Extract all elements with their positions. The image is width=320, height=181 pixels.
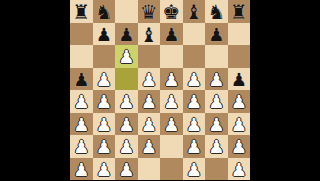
square-g5[interactable]: ♟ <box>205 68 228 91</box>
square-b4[interactable]: ♟ <box>93 90 116 113</box>
square-e5[interactable]: ♟ <box>160 68 183 91</box>
black-king-piece[interactable]: ♚ <box>162 1 180 23</box>
white-pawn-piece[interactable]: ♟ <box>186 158 202 180</box>
square-a2[interactable]: ♟ <box>70 135 93 158</box>
white-pawn-piece[interactable]: ♟ <box>163 113 179 135</box>
square-g2[interactable]: ♟ <box>205 135 228 158</box>
square-f4[interactable]: ♟ <box>183 90 206 113</box>
square-e7[interactable]: ♟ <box>160 23 183 46</box>
black-bishop-piece[interactable]: ♝ <box>140 23 158 45</box>
square-f2[interactable]: ♟ <box>183 135 206 158</box>
square-c2[interactable]: ♟ <box>115 135 138 158</box>
square-f1[interactable]: ♟ <box>183 158 206 181</box>
square-f6[interactable] <box>183 45 206 68</box>
black-queen-piece[interactable]: ♛ <box>140 1 158 23</box>
square-b3[interactable]: ♟ <box>93 113 116 136</box>
square-g6[interactable] <box>205 45 228 68</box>
white-pawn-piece[interactable]: ♟ <box>208 113 224 135</box>
square-g1[interactable] <box>205 158 228 181</box>
black-rook-piece[interactable]: ♜ <box>230 1 248 23</box>
square-d7[interactable]: ♝ <box>138 23 161 46</box>
square-e6[interactable] <box>160 45 183 68</box>
white-pawn-piece[interactable]: ♟ <box>96 136 112 158</box>
white-pawn-piece[interactable]: ♟ <box>118 158 134 180</box>
square-e8[interactable]: ♚ <box>160 0 183 23</box>
square-a8[interactable]: ♜ <box>70 0 93 23</box>
square-f3[interactable]: ♟ <box>183 113 206 136</box>
white-pawn-piece[interactable]: ♟ <box>208 68 224 90</box>
square-h4[interactable]: ♟ <box>228 90 251 113</box>
square-e2[interactable] <box>160 135 183 158</box>
chess-board[interactable]: ♜♞♛♚♝♞♜♟♟♝♟♟♟♟♟♟♟♟♟♟♟♟♟♟♟♟♟♟♟♟♟♟♟♟♟♟♟♟♟♟… <box>70 0 250 180</box>
black-rook-piece[interactable]: ♜ <box>72 1 90 23</box>
square-h8[interactable]: ♜ <box>228 0 251 23</box>
black-knight-piece[interactable]: ♞ <box>95 1 113 23</box>
black-pawn-piece[interactable]: ♟ <box>231 68 247 90</box>
white-pawn-piece[interactable]: ♟ <box>141 68 157 90</box>
square-h5[interactable]: ♟ <box>228 68 251 91</box>
square-b2[interactable]: ♟ <box>93 135 116 158</box>
white-pawn-piece[interactable]: ♟ <box>118 136 134 158</box>
white-pawn-piece[interactable]: ♟ <box>186 91 202 113</box>
white-pawn-piece[interactable]: ♟ <box>141 113 157 135</box>
square-f8[interactable]: ♝ <box>183 0 206 23</box>
white-pawn-piece[interactable]: ♟ <box>73 136 89 158</box>
white-pawn-piece[interactable]: ♟ <box>118 113 134 135</box>
white-pawn-piece[interactable]: ♟ <box>208 91 224 113</box>
square-d4[interactable]: ♟ <box>138 90 161 113</box>
white-pawn-piece[interactable]: ♟ <box>73 158 89 180</box>
square-b8[interactable]: ♞ <box>93 0 116 23</box>
square-a6[interactable] <box>70 45 93 68</box>
square-c3[interactable]: ♟ <box>115 113 138 136</box>
letterbox-left <box>0 0 70 180</box>
square-h2[interactable]: ♟ <box>228 135 251 158</box>
square-c7[interactable]: ♟ <box>115 23 138 46</box>
square-c6[interactable]: ♟ <box>115 45 138 68</box>
square-g3[interactable]: ♟ <box>205 113 228 136</box>
square-b7[interactable]: ♟ <box>93 23 116 46</box>
white-pawn-piece[interactable]: ♟ <box>73 91 89 113</box>
white-pawn-piece[interactable]: ♟ <box>231 136 247 158</box>
square-f5[interactable]: ♟ <box>183 68 206 91</box>
white-pawn-piece[interactable]: ♟ <box>231 158 247 180</box>
black-pawn-piece[interactable]: ♟ <box>96 23 112 45</box>
square-g4[interactable]: ♟ <box>205 90 228 113</box>
white-pawn-piece[interactable]: ♟ <box>96 68 112 90</box>
white-pawn-piece[interactable]: ♟ <box>231 113 247 135</box>
square-d1[interactable] <box>138 158 161 181</box>
square-f7[interactable] <box>183 23 206 46</box>
square-a7[interactable] <box>70 23 93 46</box>
square-a3[interactable]: ♟ <box>70 113 93 136</box>
white-pawn-piece[interactable]: ♟ <box>96 158 112 180</box>
square-b6[interactable] <box>93 45 116 68</box>
square-h1[interactable]: ♟ <box>228 158 251 181</box>
white-pawn-piece[interactable]: ♟ <box>186 113 202 135</box>
square-g7[interactable]: ♟ <box>205 23 228 46</box>
black-pawn-piece[interactable]: ♟ <box>73 68 89 90</box>
square-h7[interactable] <box>228 23 251 46</box>
white-pawn-piece[interactable]: ♟ <box>141 136 157 158</box>
white-pawn-piece[interactable]: ♟ <box>118 91 134 113</box>
white-pawn-piece[interactable]: ♟ <box>163 91 179 113</box>
square-e4[interactable]: ♟ <box>160 90 183 113</box>
square-c8[interactable] <box>115 0 138 23</box>
square-d5[interactable]: ♟ <box>138 68 161 91</box>
white-pawn-piece[interactable]: ♟ <box>96 113 112 135</box>
white-pawn-piece[interactable]: ♟ <box>141 91 157 113</box>
square-a1[interactable]: ♟ <box>70 158 93 181</box>
square-b1[interactable]: ♟ <box>93 158 116 181</box>
square-b5[interactable]: ♟ <box>93 68 116 91</box>
black-pawn-piece[interactable]: ♟ <box>163 23 179 45</box>
white-pawn-piece[interactable]: ♟ <box>186 68 202 90</box>
square-d6[interactable] <box>138 45 161 68</box>
white-pawn-piece[interactable]: ♟ <box>73 113 89 135</box>
white-pawn-piece[interactable]: ♟ <box>231 91 247 113</box>
black-pawn-piece[interactable]: ♟ <box>118 23 134 45</box>
square-g8[interactable]: ♞ <box>205 0 228 23</box>
square-e3[interactable]: ♟ <box>160 113 183 136</box>
square-c5[interactable] <box>115 68 138 91</box>
square-h6[interactable] <box>228 45 251 68</box>
square-a4[interactable]: ♟ <box>70 90 93 113</box>
white-pawn-piece[interactable]: ♟ <box>186 136 202 158</box>
square-a5[interactable]: ♟ <box>70 68 93 91</box>
square-d8[interactable]: ♛ <box>138 0 161 23</box>
square-h3[interactable]: ♟ <box>228 113 251 136</box>
square-d2[interactable]: ♟ <box>138 135 161 158</box>
white-pawn-piece[interactable]: ♟ <box>96 91 112 113</box>
white-pawn-piece[interactable]: ♟ <box>163 68 179 90</box>
square-c4[interactable]: ♟ <box>115 90 138 113</box>
black-knight-piece[interactable]: ♞ <box>207 1 225 23</box>
square-d3[interactable]: ♟ <box>138 113 161 136</box>
square-e1[interactable] <box>160 158 183 181</box>
letterbox-right <box>250 0 320 180</box>
white-pawn-piece[interactable]: ♟ <box>118 46 134 68</box>
black-pawn-piece[interactable]: ♟ <box>208 23 224 45</box>
square-c1[interactable]: ♟ <box>115 158 138 181</box>
chess-app-viewport: ♜♞♛♚♝♞♜♟♟♝♟♟♟♟♟♟♟♟♟♟♟♟♟♟♟♟♟♟♟♟♟♟♟♟♟♟♟♟♟♟… <box>0 0 320 180</box>
white-pawn-piece[interactable]: ♟ <box>208 136 224 158</box>
black-bishop-piece[interactable]: ♝ <box>185 1 203 23</box>
